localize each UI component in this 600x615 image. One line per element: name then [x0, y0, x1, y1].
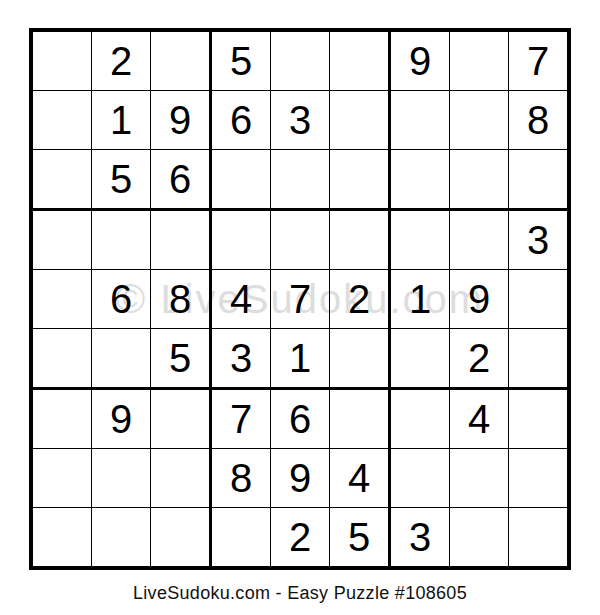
cell-r8c8[interactable]: [450, 449, 509, 508]
cell-r9c2[interactable]: [92, 508, 151, 566]
cell-r8c2[interactable]: [92, 449, 151, 508]
cell-r1c4[interactable]: 5: [212, 32, 271, 91]
cell-r8c4[interactable]: 8: [212, 449, 271, 508]
cell-r4c4[interactable]: [212, 211, 271, 270]
cell-r3c7[interactable]: [391, 150, 450, 211]
cell-r1c8[interactable]: [450, 32, 509, 91]
cell-r7c1[interactable]: [33, 390, 92, 449]
cell-r5c2[interactable]: 6: [92, 270, 151, 329]
cell-r2c1[interactable]: [33, 91, 92, 150]
cell-r1c1[interactable]: [33, 32, 92, 91]
cell-r5c4[interactable]: 4: [212, 270, 271, 329]
cell-r9c8[interactable]: [450, 508, 509, 566]
cell-r2c4[interactable]: 6: [212, 91, 271, 150]
cell-r1c3[interactable]: [151, 32, 212, 91]
cell-r1c6[interactable]: [330, 32, 391, 91]
cell-r5c6[interactable]: 2: [330, 270, 391, 329]
cell-r1c5[interactable]: [271, 32, 330, 91]
cell-r2c2[interactable]: 1: [92, 91, 151, 150]
cell-r9c6[interactable]: 5: [330, 508, 391, 566]
cell-r8c7[interactable]: [391, 449, 450, 508]
cell-r1c9[interactable]: 7: [509, 32, 567, 91]
cell-r9c7[interactable]: 3: [391, 508, 450, 566]
cell-r6c5[interactable]: 1: [271, 329, 330, 390]
cell-r3c9[interactable]: [509, 150, 567, 211]
cell-r4c2[interactable]: [92, 211, 151, 270]
cell-r8c5[interactable]: 9: [271, 449, 330, 508]
cell-r3c5[interactable]: [271, 150, 330, 211]
cell-r9c1[interactable]: [33, 508, 92, 566]
cell-r3c2[interactable]: 5: [92, 150, 151, 211]
cell-r4c9[interactable]: 3: [509, 211, 567, 270]
cell-r2c7[interactable]: [391, 91, 450, 150]
cell-r7c4[interactable]: 7: [212, 390, 271, 449]
cell-r7c5[interactable]: 6: [271, 390, 330, 449]
sudoku-board: © LiveSudoku.com 25971963856368472195312…: [29, 28, 571, 570]
cell-r6c9[interactable]: [509, 329, 567, 390]
cell-r8c1[interactable]: [33, 449, 92, 508]
cell-r2c3[interactable]: 9: [151, 91, 212, 150]
cell-r3c8[interactable]: [450, 150, 509, 211]
cell-r5c5[interactable]: 7: [271, 270, 330, 329]
puzzle-caption: LiveSudoku.com - Easy Puzzle #108605: [0, 583, 600, 604]
cell-r5c1[interactable]: [33, 270, 92, 329]
cell-r1c7[interactable]: 9: [391, 32, 450, 91]
cell-r1c2[interactable]: 2: [92, 32, 151, 91]
cell-r9c3[interactable]: [151, 508, 212, 566]
cell-r7c3[interactable]: [151, 390, 212, 449]
cell-r8c9[interactable]: [509, 449, 567, 508]
cell-r7c2[interactable]: 9: [92, 390, 151, 449]
cell-r4c5[interactable]: [271, 211, 330, 270]
cell-r2c9[interactable]: 8: [509, 91, 567, 150]
cell-r3c6[interactable]: [330, 150, 391, 211]
cell-r6c6[interactable]: [330, 329, 391, 390]
cell-r6c1[interactable]: [33, 329, 92, 390]
cell-r5c8[interactable]: 9: [450, 270, 509, 329]
cell-r3c3[interactable]: 6: [151, 150, 212, 211]
cell-r5c3[interactable]: 8: [151, 270, 212, 329]
cell-r7c7[interactable]: [391, 390, 450, 449]
cell-r7c8[interactable]: 4: [450, 390, 509, 449]
cell-r4c6[interactable]: [330, 211, 391, 270]
cell-r3c1[interactable]: [33, 150, 92, 211]
cell-r7c6[interactable]: [330, 390, 391, 449]
cell-r3c4[interactable]: [212, 150, 271, 211]
cell-r5c7[interactable]: 1: [391, 270, 450, 329]
cell-r9c4[interactable]: [212, 508, 271, 566]
cell-r6c8[interactable]: 2: [450, 329, 509, 390]
cell-r6c2[interactable]: [92, 329, 151, 390]
cell-r4c1[interactable]: [33, 211, 92, 270]
cell-r6c4[interactable]: 3: [212, 329, 271, 390]
sudoku-page: © LiveSudoku.com 25971963856368472195312…: [0, 28, 600, 615]
cell-r9c5[interactable]: 2: [271, 508, 330, 566]
cell-r8c3[interactable]: [151, 449, 212, 508]
cell-r4c7[interactable]: [391, 211, 450, 270]
cell-r4c8[interactable]: [450, 211, 509, 270]
cell-r4c3[interactable]: [151, 211, 212, 270]
sudoku-grid: 259719638563684721953129764894253: [33, 32, 567, 566]
cell-r2c6[interactable]: [330, 91, 391, 150]
cell-r6c7[interactable]: [391, 329, 450, 390]
cell-r8c6[interactable]: 4: [330, 449, 391, 508]
cell-r9c9[interactable]: [509, 508, 567, 566]
cell-r7c9[interactable]: [509, 390, 567, 449]
cell-r2c5[interactable]: 3: [271, 91, 330, 150]
cell-r6c3[interactable]: 5: [151, 329, 212, 390]
cell-r5c9[interactable]: [509, 270, 567, 329]
cell-r2c8[interactable]: [450, 91, 509, 150]
